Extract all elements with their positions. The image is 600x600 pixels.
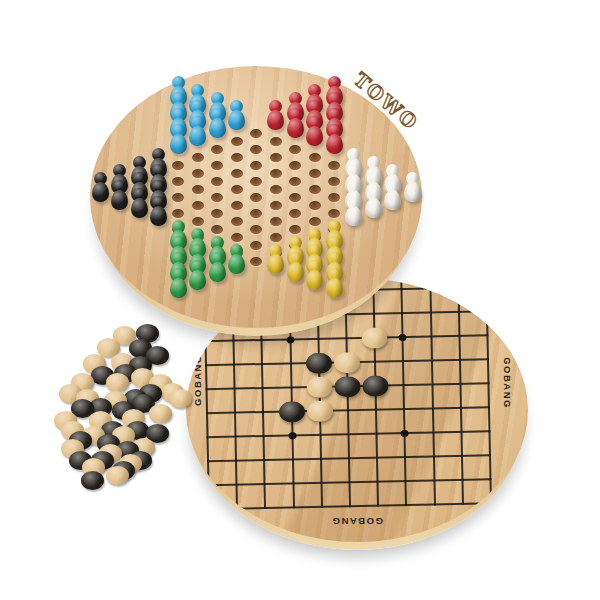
pile-stone-black (112, 401, 135, 420)
peg-black (92, 172, 109, 202)
pile-stone-natural (59, 384, 82, 403)
pile-stone-natural (89, 411, 112, 430)
peg-body (365, 198, 382, 218)
grid-line-vertical (485, 278, 492, 504)
pile-stone-natural (106, 466, 129, 485)
pile-stone-natural (71, 373, 94, 392)
star-point (401, 429, 409, 436)
board-hole (172, 161, 184, 170)
board-hole (289, 161, 301, 170)
board-hole (250, 257, 262, 266)
pile-stone-black (114, 364, 137, 383)
peg-blue (209, 108, 226, 138)
peg-green (209, 252, 226, 282)
pile-stone-black (129, 356, 152, 375)
peg-body (209, 118, 226, 138)
pile-stone-natural (132, 438, 155, 457)
board-hole (270, 185, 282, 194)
board-hole (309, 185, 321, 194)
board-hole (211, 161, 223, 170)
pile-stone-black (129, 339, 152, 358)
peg-body (345, 206, 362, 226)
gobang-label-left: GOBANG (192, 354, 203, 406)
board-hole (192, 217, 204, 226)
peg-black (131, 188, 148, 218)
peg-red (267, 100, 284, 130)
board-hole (172, 177, 184, 186)
peg-body (170, 278, 187, 298)
peg-blue (228, 100, 245, 130)
pile-stone-black (91, 451, 114, 470)
board-hole (309, 201, 321, 210)
pile-stone-black (129, 451, 152, 470)
board-hole (172, 209, 184, 218)
board-hole (250, 241, 262, 250)
pile-stone-natural (82, 426, 105, 445)
peg-green (228, 244, 245, 274)
peg-body (267, 254, 284, 274)
peg-black (150, 196, 167, 226)
pile-stone-natural (61, 439, 84, 458)
board-hole (231, 217, 243, 226)
peg-blue (189, 116, 206, 146)
board-hole (231, 233, 243, 242)
peg-white (345, 196, 362, 226)
board-hole (211, 193, 223, 202)
peg-yellow (267, 244, 284, 274)
board-hole (231, 153, 243, 162)
board-hole (211, 225, 223, 234)
towo-logo: TOWO (350, 68, 423, 134)
chinese-checkers-board: TOWO (90, 66, 422, 340)
pile-stone-natural (149, 404, 172, 423)
pile-stone-black (146, 424, 169, 443)
peg-yellow (326, 268, 343, 298)
peg-red (306, 116, 323, 146)
peg-body (384, 190, 401, 210)
board-hole (250, 225, 262, 234)
board-hole (289, 209, 301, 218)
peg-black (111, 180, 128, 210)
peg-body (287, 118, 304, 138)
peg-body (228, 110, 245, 130)
go-stone-black (278, 401, 304, 423)
board-hole (289, 225, 301, 234)
pile-stone-natural (106, 373, 129, 392)
peg-body (131, 198, 148, 218)
pile-stone-black (101, 421, 124, 440)
pile-stone-natural (131, 368, 154, 387)
board-hole (289, 193, 301, 202)
gobang-label-bottom: GOBANG (331, 516, 383, 527)
peg-body (189, 270, 206, 290)
peg-body (287, 262, 304, 282)
peg-green (170, 268, 187, 298)
pile-stone-black (126, 421, 149, 440)
peg-red (287, 108, 304, 138)
board-hole (192, 169, 204, 178)
pile-stone-natural (112, 426, 135, 445)
pile-stone-natural (83, 354, 106, 373)
peg-white (404, 172, 421, 202)
gobang-label-right: GOBANG (502, 357, 513, 409)
board-hole (328, 177, 340, 186)
board-hole (192, 201, 204, 210)
peg-white (384, 180, 401, 210)
board-hole (250, 209, 262, 218)
pile-stone-black (81, 471, 104, 490)
board-hole (270, 233, 282, 242)
checkers-board-surface: TOWO (90, 66, 422, 328)
go-stone-black (306, 352, 332, 374)
pile-stone-black (146, 346, 169, 365)
peg-blue (170, 124, 187, 154)
board-hole (289, 177, 301, 186)
peg-white (365, 188, 382, 218)
board-hole (328, 161, 340, 170)
star-point (288, 432, 296, 439)
pile-stone-natural (61, 421, 84, 440)
pile-stone-black (69, 431, 92, 450)
pile-stone-black (132, 394, 155, 413)
go-stone-black (362, 375, 388, 397)
board-hole (309, 153, 321, 162)
pile-stone-black (89, 398, 112, 417)
board-hole (270, 137, 282, 146)
peg-body (111, 190, 128, 210)
go-stone-natural (307, 400, 333, 422)
pile-stone-black (91, 366, 114, 385)
pile-stone-natural (161, 383, 184, 402)
peg-green (189, 260, 206, 290)
board-hole (270, 217, 282, 226)
pile-stone-natural (99, 444, 122, 463)
peg-body (170, 134, 187, 154)
board-hole (250, 193, 262, 202)
peg-red (326, 124, 343, 154)
pile-stone-black (97, 434, 120, 453)
peg-body (326, 278, 343, 298)
board-hole (289, 145, 301, 154)
pile-stone-black (112, 461, 135, 480)
pile-stone-black (116, 441, 139, 460)
peg-body (326, 134, 343, 154)
board-hole (211, 177, 223, 186)
board-hole (231, 137, 243, 146)
pile-stone-black (124, 389, 147, 408)
go-stone-natural (306, 376, 332, 398)
peg-body (228, 254, 245, 274)
board-hole (250, 161, 262, 170)
board-hole (231, 201, 243, 210)
peg-body (189, 126, 206, 146)
go-stone-natural (334, 351, 360, 373)
board-hole (309, 169, 321, 178)
peg-yellow (287, 252, 304, 282)
board-hole (231, 185, 243, 194)
peg-body (404, 182, 421, 202)
board-hole (270, 169, 282, 178)
pile-stone-natural (119, 454, 142, 473)
board-hole (250, 177, 262, 186)
go-stone-black (334, 375, 360, 397)
pile-stone-black (69, 451, 92, 470)
pile-stone-natural (149, 374, 172, 393)
peg-body (306, 126, 323, 146)
pile-stone-natural (122, 409, 145, 428)
peg-yellow (306, 260, 323, 290)
product-photo-scene: GOBANG GOBANG GOBANG TOWO (0, 0, 600, 600)
board-hole (309, 217, 321, 226)
pile-stone-natural (54, 411, 77, 430)
board-hole (270, 153, 282, 162)
pile-stone-black (71, 399, 94, 418)
board-hole (270, 201, 282, 210)
pile-stone-natural (111, 353, 134, 372)
pile-stone-natural (82, 458, 105, 477)
pile-stone-natural (76, 389, 99, 408)
peg-body (209, 262, 226, 282)
board-hole (328, 193, 340, 202)
pile-stone-black (139, 384, 162, 403)
board-hole (211, 209, 223, 218)
peg-body (267, 110, 284, 130)
board-hole (250, 145, 262, 154)
board-hole (231, 169, 243, 178)
board-hole (328, 209, 340, 218)
pile-stone-natural (104, 391, 127, 410)
board-hole (211, 145, 223, 154)
board-hole (192, 185, 204, 194)
board-hole (250, 129, 262, 138)
peg-body (306, 270, 323, 290)
board-hole (192, 153, 204, 162)
peg-body (92, 182, 109, 202)
board-hole (172, 193, 184, 202)
peg-body (150, 206, 167, 226)
pile-stone-natural (97, 338, 120, 357)
